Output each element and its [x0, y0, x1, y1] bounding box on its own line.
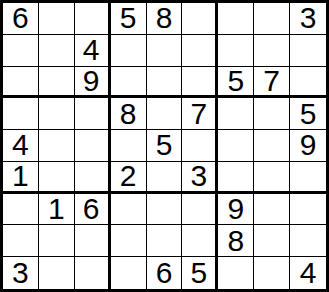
cell-r5c7-empty[interactable] [218, 130, 254, 162]
cell-r4c2-empty[interactable] [39, 98, 75, 130]
cell-r8c9-empty[interactable] [290, 225, 326, 257]
cell-r1c6-empty[interactable] [182, 3, 218, 35]
cell-r6c4-given: 2 [111, 162, 147, 194]
cell-r1c5-given: 8 [147, 3, 183, 35]
cell-r9c7-empty[interactable] [218, 257, 254, 289]
cell-r4c8-empty[interactable] [254, 98, 290, 130]
cell-r2c3-given: 4 [75, 35, 111, 67]
cell-r8c1-empty[interactable] [3, 225, 39, 257]
cell-r8c6-empty[interactable] [182, 225, 218, 257]
sudoku-board: 6583495787545912316983654 [0, 0, 329, 292]
cell-r8c7-given: 8 [218, 225, 254, 257]
cell-r7c8-empty[interactable] [254, 194, 290, 226]
cell-r7c4-empty[interactable] [111, 194, 147, 226]
cell-r7c2-given: 1 [39, 194, 75, 226]
cell-r8c4-empty[interactable] [111, 225, 147, 257]
cell-r3c5-empty[interactable] [147, 67, 183, 99]
cell-r6c5-empty[interactable] [147, 162, 183, 194]
cell-r5c8-empty[interactable] [254, 130, 290, 162]
cell-r4c5-empty[interactable] [147, 98, 183, 130]
cell-r3c4-empty[interactable] [111, 67, 147, 99]
cell-r8c3-empty[interactable] [75, 225, 111, 257]
cell-r7c9-empty[interactable] [290, 194, 326, 226]
cell-r2c1-empty[interactable] [3, 35, 39, 67]
cell-r9c5-given: 6 [147, 257, 183, 289]
cell-r4c4-given: 8 [111, 98, 147, 130]
cell-r5c2-empty[interactable] [39, 130, 75, 162]
cell-r8c8-empty[interactable] [254, 225, 290, 257]
cell-r1c4-given: 5 [111, 3, 147, 35]
cell-r2c2-empty[interactable] [39, 35, 75, 67]
cell-r8c5-empty[interactable] [147, 225, 183, 257]
cell-r4c1-empty[interactable] [3, 98, 39, 130]
cell-r3c3-given: 9 [75, 67, 111, 99]
cell-r3c8-given: 7 [254, 67, 290, 99]
cell-r1c7-empty[interactable] [218, 3, 254, 35]
cell-r9c9-given: 4 [290, 257, 326, 289]
cell-r3c1-empty[interactable] [3, 67, 39, 99]
cell-r2c5-empty[interactable] [147, 35, 183, 67]
cell-r2c9-empty[interactable] [290, 35, 326, 67]
cell-r8c2-empty[interactable] [39, 225, 75, 257]
cell-r7c5-empty[interactable] [147, 194, 183, 226]
cell-r4c7-empty[interactable] [218, 98, 254, 130]
cell-r2c8-empty[interactable] [254, 35, 290, 67]
cell-r7c6-empty[interactable] [182, 194, 218, 226]
cell-r6c7-empty[interactable] [218, 162, 254, 194]
cell-r4c3-empty[interactable] [75, 98, 111, 130]
cell-r9c8-empty[interactable] [254, 257, 290, 289]
cell-r7c3-given: 6 [75, 194, 111, 226]
cell-r1c8-empty[interactable] [254, 3, 290, 35]
cell-r6c3-empty[interactable] [75, 162, 111, 194]
cell-r1c3-empty[interactable] [75, 3, 111, 35]
cell-r5c6-empty[interactable] [182, 130, 218, 162]
cell-r4c9-given: 5 [290, 98, 326, 130]
cell-r1c9-given: 3 [290, 3, 326, 35]
cell-r1c1-given: 6 [3, 3, 39, 35]
cell-r6c2-empty[interactable] [39, 162, 75, 194]
cell-r7c7-given: 9 [218, 194, 254, 226]
cell-r4c6-given: 7 [182, 98, 218, 130]
cell-r6c8-empty[interactable] [254, 162, 290, 194]
cell-r3c9-empty[interactable] [290, 67, 326, 99]
cell-r5c9-given: 9 [290, 130, 326, 162]
cell-r7c1-empty[interactable] [3, 194, 39, 226]
cell-r6c9-empty[interactable] [290, 162, 326, 194]
cell-r5c1-given: 4 [3, 130, 39, 162]
cell-r5c5-given: 5 [147, 130, 183, 162]
cell-r9c3-empty[interactable] [75, 257, 111, 289]
cell-r3c7-given: 5 [218, 67, 254, 99]
cell-r2c6-empty[interactable] [182, 35, 218, 67]
cell-r2c4-empty[interactable] [111, 35, 147, 67]
cell-r2c7-empty[interactable] [218, 35, 254, 67]
cell-r3c2-empty[interactable] [39, 67, 75, 99]
cell-r3c6-empty[interactable] [182, 67, 218, 99]
cell-r9c1-given: 3 [3, 257, 39, 289]
cell-r1c2-empty[interactable] [39, 3, 75, 35]
cell-r6c6-given: 3 [182, 162, 218, 194]
cell-r5c3-empty[interactable] [75, 130, 111, 162]
cell-r9c2-empty[interactable] [39, 257, 75, 289]
cell-r9c4-empty[interactable] [111, 257, 147, 289]
cell-r6c1-given: 1 [3, 162, 39, 194]
cell-r5c4-empty[interactable] [111, 130, 147, 162]
cell-r9c6-given: 5 [182, 257, 218, 289]
